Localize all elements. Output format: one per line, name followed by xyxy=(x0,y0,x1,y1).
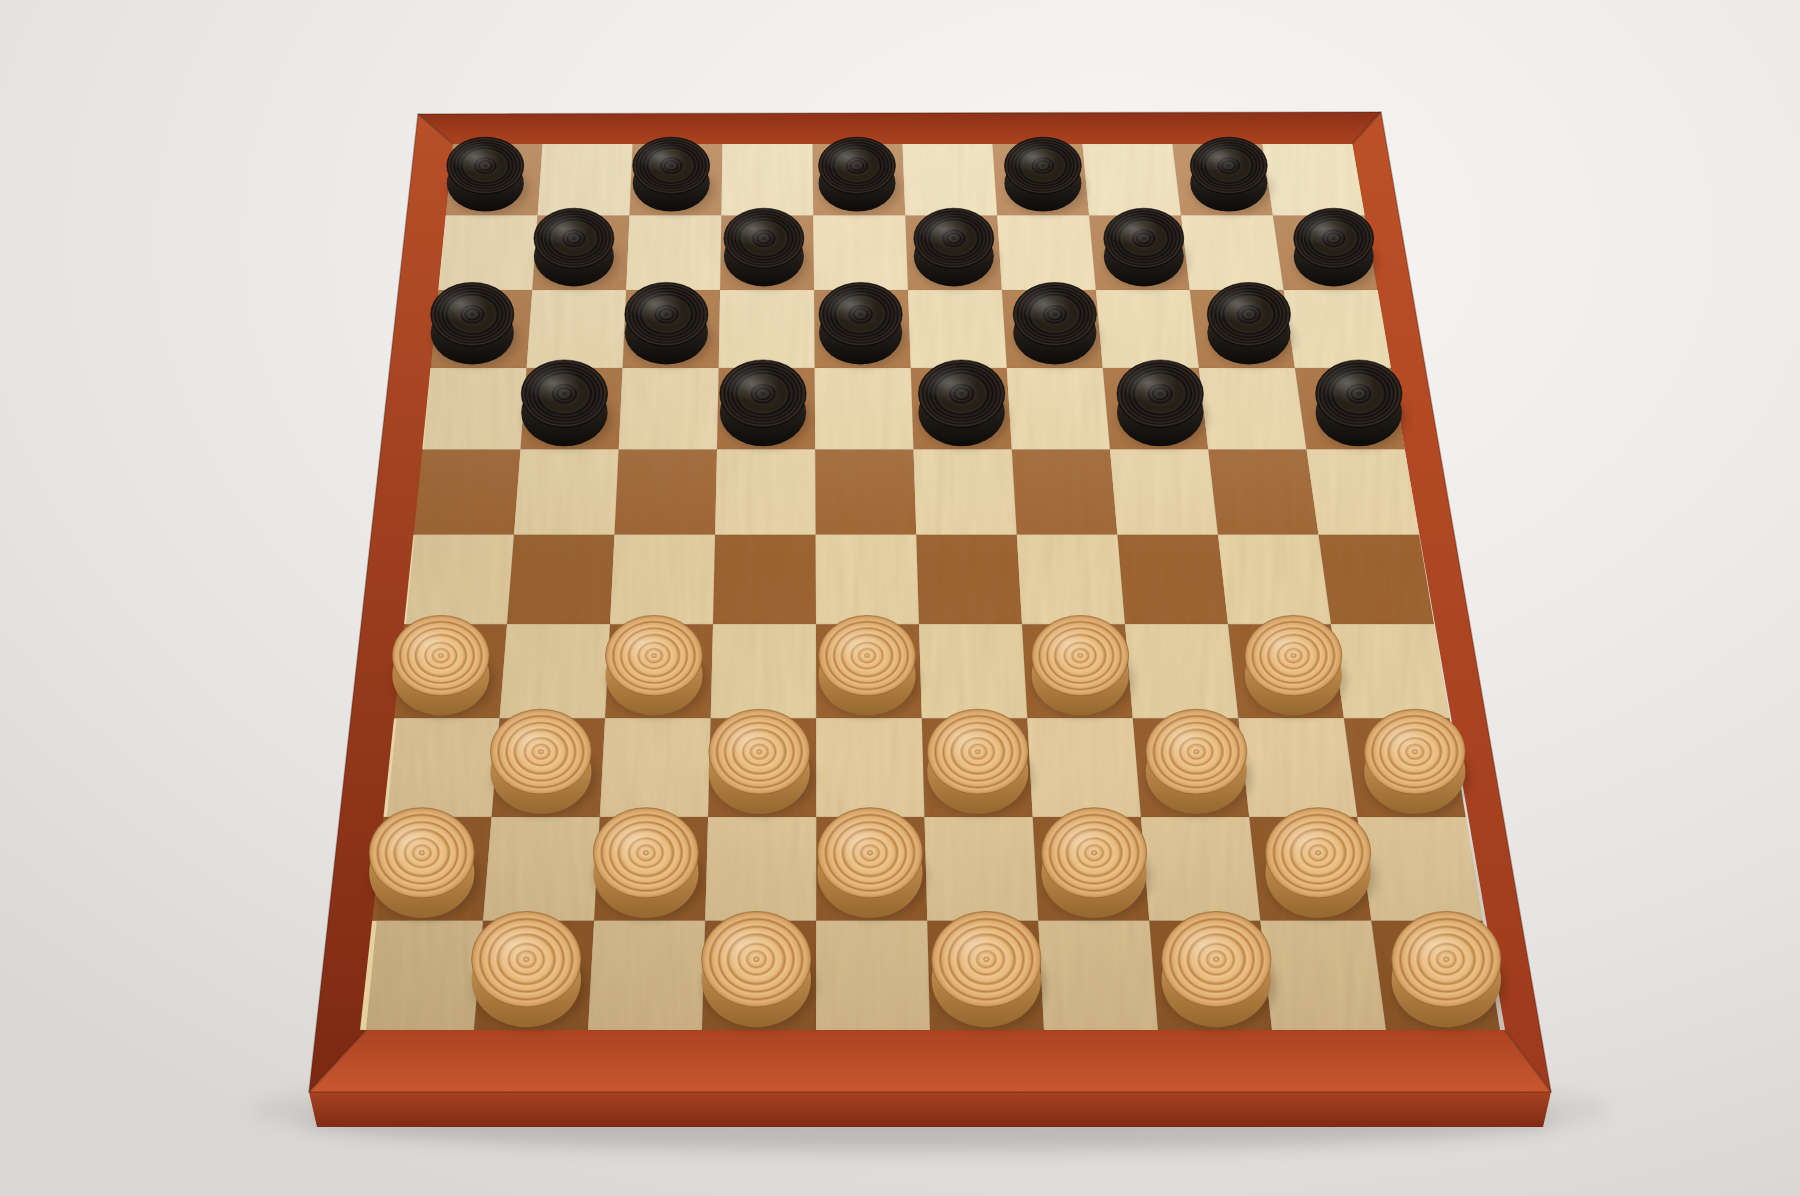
piece-highlight xyxy=(433,287,488,322)
white-man-sq49[interactable] xyxy=(1162,911,1277,1029)
piece-highlight xyxy=(1248,621,1312,665)
piece-highlight xyxy=(930,715,997,762)
piece-highlight xyxy=(921,364,978,401)
piece-highlight xyxy=(1149,715,1216,762)
piece-highlight xyxy=(916,212,969,245)
piece-highlight xyxy=(524,364,581,401)
white-man-sq43[interactable] xyxy=(817,808,927,921)
black-man-sq15[interactable] xyxy=(1207,282,1295,367)
white-man-sq50[interactable] xyxy=(1392,911,1507,1029)
white-man-sq41[interactable] xyxy=(369,808,479,921)
white-man-sq44[interactable] xyxy=(1042,808,1152,921)
piece-highlight xyxy=(821,141,872,172)
piece-highlight xyxy=(1007,141,1058,172)
piece-highlight xyxy=(722,364,779,401)
piece-highlight xyxy=(372,814,441,864)
white-man-sq31[interactable] xyxy=(392,615,494,718)
piece-highlight xyxy=(821,814,890,864)
piece-highlight xyxy=(1269,814,1338,864)
piece-highlight xyxy=(1367,715,1434,762)
white-man-sq38[interactable] xyxy=(927,709,1033,816)
black-man-sq6[interactable] xyxy=(534,208,619,289)
black-man-sq8[interactable] xyxy=(914,208,999,289)
piece-highlight xyxy=(1120,364,1177,401)
white-man-sq46[interactable] xyxy=(472,911,587,1029)
black-man-sq16[interactable] xyxy=(521,360,612,449)
white-man-sq35[interactable] xyxy=(1245,615,1347,718)
white-man-sq34[interactable] xyxy=(1032,615,1134,718)
black-man-sq7[interactable] xyxy=(724,208,809,289)
white-man-sq39[interactable] xyxy=(1146,709,1252,816)
piece-highlight xyxy=(449,141,500,172)
piece-highlight xyxy=(475,918,547,971)
white-man-sq32[interactable] xyxy=(606,615,708,718)
black-man-sq3[interactable] xyxy=(819,137,901,214)
white-man-sq36[interactable] xyxy=(490,709,596,816)
piece-highlight xyxy=(1210,287,1265,322)
piece-highlight xyxy=(608,621,672,665)
black-man-sq9[interactable] xyxy=(1104,208,1189,289)
white-man-sq40[interactable] xyxy=(1364,709,1470,816)
piece-highlight xyxy=(1193,141,1244,172)
black-man-sq14[interactable] xyxy=(1013,282,1101,367)
black-man-sq12[interactable] xyxy=(625,282,713,367)
frame-front-face xyxy=(309,1092,1551,1127)
piece-highlight xyxy=(1296,212,1349,245)
black-man-sq19[interactable] xyxy=(1117,360,1208,449)
black-man-sq10[interactable] xyxy=(1294,208,1379,289)
black-man-sq13[interactable] xyxy=(819,282,907,367)
piece-highlight xyxy=(726,212,779,245)
piece-highlight xyxy=(1318,364,1375,401)
piece-highlight xyxy=(1106,212,1159,245)
white-man-sq37[interactable] xyxy=(709,709,815,816)
white-man-sq48[interactable] xyxy=(932,911,1047,1029)
piece-highlight xyxy=(395,621,459,665)
piece-highlight xyxy=(1395,918,1467,971)
white-man-sq33[interactable] xyxy=(819,615,921,718)
piece-highlight xyxy=(536,212,589,245)
black-man-sq11[interactable] xyxy=(431,282,519,367)
black-man-sq1[interactable] xyxy=(447,137,529,214)
piece-highlight xyxy=(1165,918,1237,971)
frame-bottom-rail xyxy=(309,1030,1551,1092)
piece-highlight xyxy=(1016,287,1071,322)
white-man-sq45[interactable] xyxy=(1266,808,1376,921)
photo-stage xyxy=(0,0,1800,1196)
piece-highlight xyxy=(822,621,886,665)
white-man-sq42[interactable] xyxy=(593,808,703,921)
draughts-board-photo xyxy=(0,0,1800,1196)
white-man-sq47[interactable] xyxy=(702,911,817,1029)
piece-highlight xyxy=(627,287,682,322)
black-man-sq18[interactable] xyxy=(918,360,1009,449)
piece-highlight xyxy=(635,141,686,172)
piece-highlight xyxy=(822,287,877,322)
black-man-sq2[interactable] xyxy=(633,137,715,214)
piece-highlight xyxy=(597,814,666,864)
black-man-sq4[interactable] xyxy=(1004,137,1086,214)
piece-highlight xyxy=(705,918,777,971)
black-man-sq17[interactable] xyxy=(720,360,811,449)
black-man-sq20[interactable] xyxy=(1316,360,1407,449)
piece-highlight xyxy=(1035,621,1099,665)
piece-highlight xyxy=(493,715,560,762)
black-man-sq5[interactable] xyxy=(1190,137,1272,214)
piece-highlight xyxy=(1045,814,1114,864)
piece-highlight xyxy=(712,715,779,762)
piece-highlight xyxy=(935,918,1007,971)
